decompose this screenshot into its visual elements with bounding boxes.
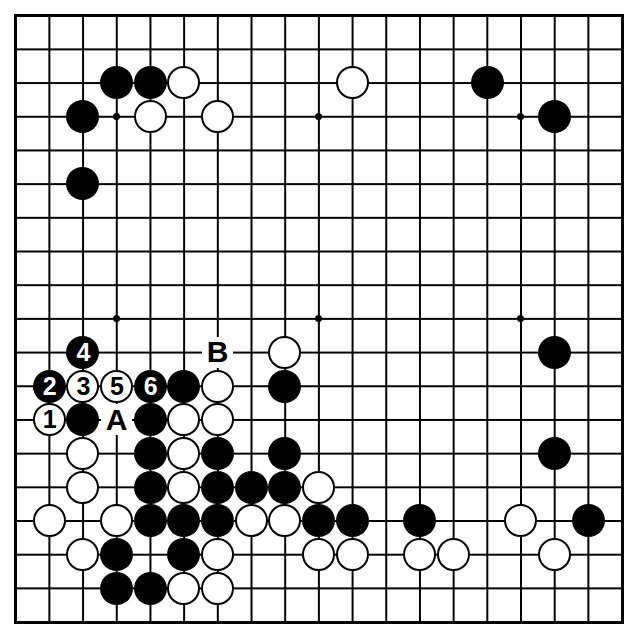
stone-white: [201, 572, 234, 605]
stone-white: [134, 100, 167, 133]
stones-layer: 423561AB: [0, 0, 639, 639]
stone-black: [134, 471, 167, 504]
stone-black: [134, 504, 167, 537]
stone-black: [66, 100, 99, 133]
stone-white: [235, 504, 268, 537]
stone-black: [66, 167, 99, 200]
stone-black: [538, 100, 571, 133]
stone-black: [268, 370, 301, 403]
move-number: 5: [110, 374, 123, 399]
stone-black: [235, 471, 268, 504]
stone-black: [538, 437, 571, 470]
stone-black: [134, 437, 167, 470]
stone-white: [167, 66, 200, 99]
stone-black: 6: [134, 370, 167, 403]
move-number: 6: [144, 374, 157, 399]
stone-white: [302, 471, 335, 504]
stone-white: 5: [100, 370, 133, 403]
stone-black: [134, 572, 167, 605]
star-point: [113, 315, 120, 322]
stone-white: [403, 538, 436, 571]
stone-black: [167, 538, 200, 571]
star-point: [315, 113, 322, 120]
stone-black: [134, 66, 167, 99]
star-point: [113, 113, 120, 120]
stone-white: [201, 370, 234, 403]
stone-black: [66, 403, 99, 436]
stone-black: [268, 471, 301, 504]
stone-white: 3: [66, 370, 99, 403]
move-number: 1: [43, 407, 56, 432]
stone-white: [66, 471, 99, 504]
stone-white: 1: [33, 403, 66, 436]
stone-white: [167, 572, 200, 605]
move-number: 3: [76, 374, 89, 399]
go-board-diagram: 423561AB: [0, 0, 640, 640]
stone-black: [302, 504, 335, 537]
stone-black: [100, 66, 133, 99]
stone-white: [336, 538, 369, 571]
stone-white: [336, 66, 369, 99]
stone-black: [336, 504, 369, 537]
stone-black: [167, 504, 200, 537]
move-number: 4: [76, 340, 89, 365]
stone-black: [471, 66, 504, 99]
stone-white: [167, 403, 200, 436]
star-point: [517, 113, 524, 120]
stone-white: [167, 471, 200, 504]
stone-white: [268, 504, 301, 537]
star-point: [517, 315, 524, 322]
stone-white: [201, 538, 234, 571]
label-B: B: [202, 337, 233, 368]
stone-white: [538, 538, 571, 571]
stone-white: [302, 538, 335, 571]
stone-black: 4: [66, 336, 99, 369]
stone-black: [403, 504, 436, 537]
stone-black: [201, 504, 234, 537]
stone-black: [538, 336, 571, 369]
stone-white: [167, 437, 200, 470]
stone-black: 2: [33, 370, 66, 403]
stone-white: [268, 336, 301, 369]
stone-black: [201, 437, 234, 470]
stone-white: [201, 403, 234, 436]
label-A: A: [101, 404, 132, 435]
stone-black: [100, 538, 133, 571]
stone-black: [134, 403, 167, 436]
stone-black: [572, 504, 605, 537]
star-point: [315, 315, 322, 322]
stone-black: [167, 370, 200, 403]
stone-black: [201, 471, 234, 504]
stone-black: [100, 572, 133, 605]
stone-white: [437, 538, 470, 571]
stone-white: [33, 504, 66, 537]
stone-black: [268, 437, 301, 470]
move-number: 2: [43, 374, 56, 399]
stone-white: [66, 538, 99, 571]
stone-white: [100, 504, 133, 537]
stone-white: [201, 100, 234, 133]
stone-white: [504, 504, 537, 537]
stone-white: [66, 437, 99, 470]
